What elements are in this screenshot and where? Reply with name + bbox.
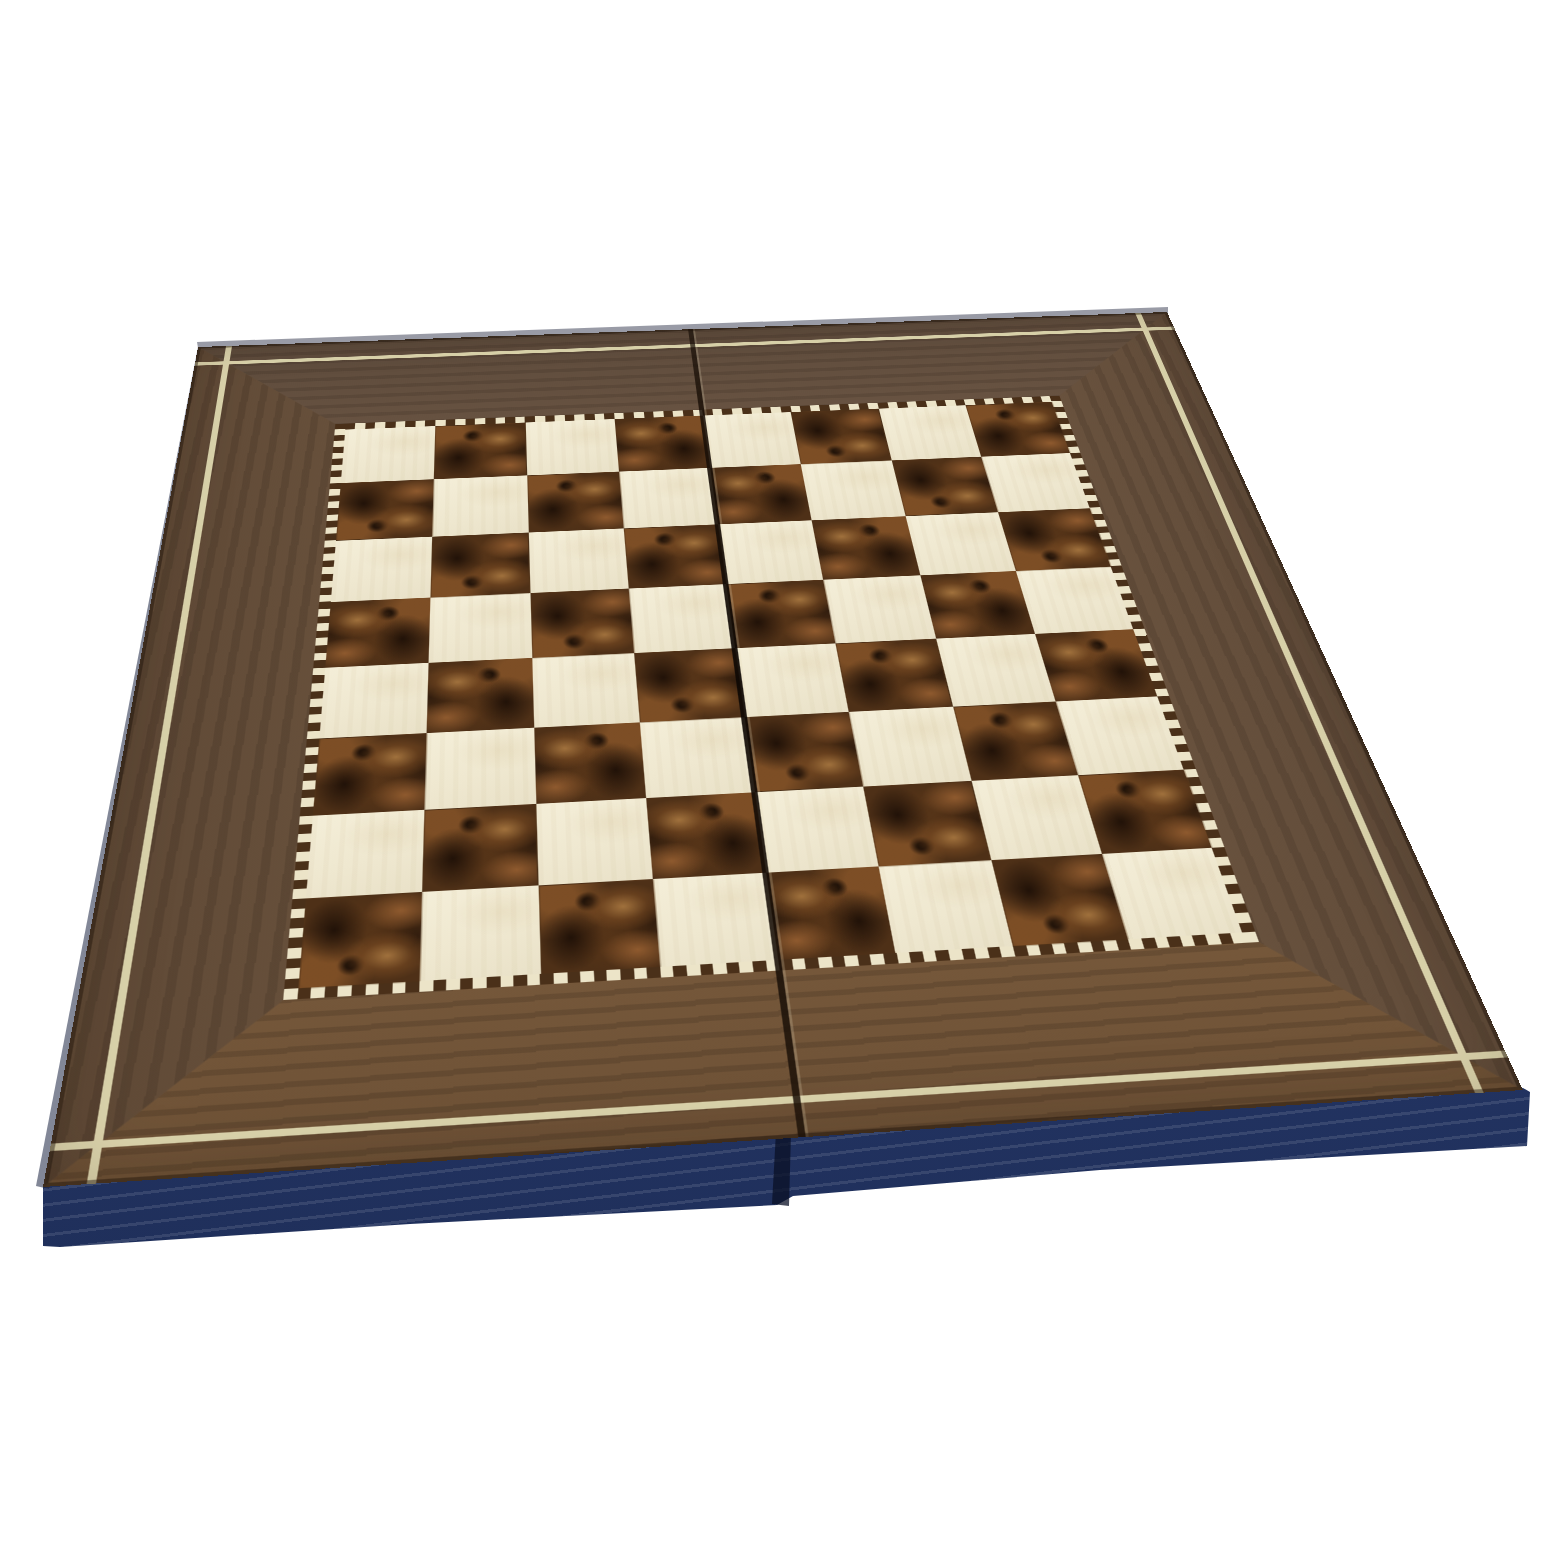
- board-square-r1c1-light: [341, 426, 436, 483]
- board-square-r3c7-light: [905, 512, 1016, 575]
- board-square-r5c4-dark: [634, 648, 745, 722]
- board-square-r8c4-light: [653, 872, 779, 966]
- board-square-r1c8-dark: [965, 402, 1070, 457]
- board-square-r7c3-light: [536, 798, 653, 886]
- board-square-r4c7-dark: [920, 571, 1035, 639]
- board-square-r5c5-light: [735, 643, 849, 717]
- board-square-r5c3-light: [532, 653, 640, 728]
- board-square-r2c4-light: [619, 468, 718, 528]
- board-square-r6c6-light: [849, 707, 971, 786]
- board-square-r3c3-light: [528, 528, 628, 593]
- board-square-r3c2-dark: [431, 532, 530, 597]
- board-square-r5c1-light: [319, 663, 429, 739]
- board-square-r7c5-light: [755, 786, 879, 872]
- board-square-r3c6-dark: [812, 516, 920, 580]
- board-square-r8c1-dark: [298, 892, 422, 989]
- board-square-r3c5-light: [718, 520, 823, 584]
- board-square-r4c6-light: [823, 575, 935, 643]
- board-square-r4c2-light: [429, 593, 532, 663]
- board-square-r4c3-dark: [530, 588, 634, 658]
- board-square-r7c4-dark: [646, 792, 766, 879]
- board-square-r8c6-light: [879, 860, 1012, 953]
- board-square-r8c5-dark: [766, 866, 896, 960]
- board-square-r1c3-light: [525, 419, 618, 476]
- board-square-r1c6-dark: [791, 409, 891, 465]
- board-square-r3c4-dark: [623, 524, 726, 588]
- board-square-r2c7-dark: [891, 457, 997, 516]
- board-square-r4c5-dark: [726, 580, 835, 649]
- board-square-r1c2-dark: [434, 423, 527, 480]
- board-square-r8c2-light: [420, 885, 540, 981]
- board-square-r2c2-light: [432, 476, 528, 537]
- board-square-r4c1-dark: [325, 597, 430, 667]
- board-square-r1c4-dark: [614, 416, 710, 472]
- board-square-r7c1-light: [306, 809, 425, 898]
- board-square-r6c4-light: [640, 717, 755, 797]
- board-square-r5c6-dark: [836, 639, 953, 712]
- board-square-r6c5-dark: [745, 712, 864, 792]
- board-square-r4c4-light: [628, 584, 735, 653]
- board-square-r2c1-dark: [336, 479, 434, 540]
- board-square-r6c3-dark: [534, 723, 646, 804]
- board-square-r1c7-light: [878, 405, 981, 460]
- chess-board: [43, 312, 1523, 1187]
- board-square-r6c1-dark: [313, 733, 427, 815]
- board-square-r7c6-dark: [863, 780, 990, 866]
- board-square-r2c5-dark: [710, 464, 812, 524]
- product-photo: [0, 0, 1548, 1548]
- board-square-r8c3-dark: [538, 879, 660, 974]
- board-square-r1c5-light: [703, 412, 801, 468]
- board-square-r6c7-dark: [953, 702, 1078, 781]
- board-square-r5c2-dark: [427, 658, 534, 733]
- board-square-r6c2-light: [425, 728, 536, 809]
- board-square-r3c1-light: [331, 536, 433, 602]
- board-square-r2c6-light: [801, 461, 905, 520]
- board-square-r7c2-dark: [422, 803, 538, 891]
- board-square-r2c3-dark: [527, 472, 624, 532]
- board-square-r2c8-light: [981, 453, 1090, 512]
